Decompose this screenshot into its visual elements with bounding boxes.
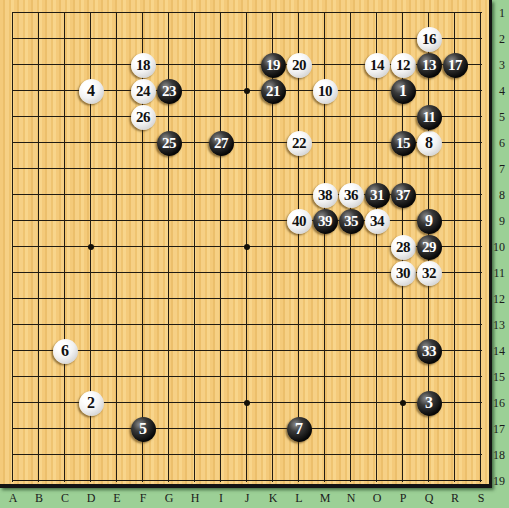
- intersection-P14[interactable]: [390, 338, 416, 364]
- intersection-N7[interactable]: [338, 156, 364, 182]
- intersection-C2[interactable]: [52, 26, 78, 52]
- intersection-P17[interactable]: [390, 416, 416, 442]
- intersection-J8[interactable]: [234, 182, 260, 208]
- intersection-F6[interactable]: [130, 130, 156, 156]
- intersection-E1[interactable]: [104, 0, 130, 26]
- intersection-N10[interactable]: [338, 234, 364, 260]
- intersection-M18[interactable]: [312, 442, 338, 468]
- intersection-K16[interactable]: [260, 390, 286, 416]
- intersection-P9[interactable]: [390, 208, 416, 234]
- intersection-D2[interactable]: [78, 26, 104, 52]
- intersection-F13[interactable]: [130, 312, 156, 338]
- black-stone-33[interactable]: 33: [417, 339, 442, 364]
- intersection-H8[interactable]: [182, 182, 208, 208]
- intersection-L11[interactable]: [286, 260, 312, 286]
- intersection-N15[interactable]: [338, 364, 364, 390]
- intersection-E15[interactable]: [104, 364, 130, 390]
- intersection-M5[interactable]: [312, 104, 338, 130]
- intersection-S18[interactable]: [468, 442, 492, 468]
- intersection-B3[interactable]: [26, 52, 52, 78]
- intersection-A12[interactable]: [0, 286, 26, 312]
- intersection-M3[interactable]: [312, 52, 338, 78]
- intersection-N19[interactable]: [338, 468, 364, 488]
- intersection-F1[interactable]: [130, 0, 156, 26]
- intersection-Q19[interactable]: [416, 468, 442, 488]
- white-stone-34[interactable]: 34: [365, 209, 390, 234]
- intersection-I14[interactable]: [208, 338, 234, 364]
- intersection-H5[interactable]: [182, 104, 208, 130]
- black-stone-27[interactable]: 27: [209, 131, 234, 156]
- intersection-C11[interactable]: [52, 260, 78, 286]
- intersection-A1[interactable]: [0, 0, 26, 26]
- intersection-Q12[interactable]: [416, 286, 442, 312]
- intersection-S11[interactable]: [468, 260, 492, 286]
- intersection-S6[interactable]: [468, 130, 492, 156]
- intersection-O1[interactable]: [364, 0, 390, 26]
- intersection-B15[interactable]: [26, 364, 52, 390]
- intersection-N16[interactable]: [338, 390, 364, 416]
- intersection-Q15[interactable]: [416, 364, 442, 390]
- intersection-M10[interactable]: [312, 234, 338, 260]
- white-stone-30[interactable]: 30: [391, 261, 416, 286]
- intersection-M11[interactable]: [312, 260, 338, 286]
- white-stone-6[interactable]: 6: [53, 339, 78, 364]
- intersection-J19[interactable]: [234, 468, 260, 488]
- intersection-M2[interactable]: [312, 26, 338, 52]
- intersection-R11[interactable]: [442, 260, 468, 286]
- intersection-D7[interactable]: [78, 156, 104, 182]
- intersection-A3[interactable]: [0, 52, 26, 78]
- intersection-M16[interactable]: [312, 390, 338, 416]
- intersection-A8[interactable]: [0, 182, 26, 208]
- intersection-B11[interactable]: [26, 260, 52, 286]
- intersection-C5[interactable]: [52, 104, 78, 130]
- intersection-C17[interactable]: [52, 416, 78, 442]
- intersection-D12[interactable]: [78, 286, 104, 312]
- intersection-S4[interactable]: [468, 78, 492, 104]
- white-stone-22[interactable]: 22: [287, 131, 312, 156]
- intersection-I11[interactable]: [208, 260, 234, 286]
- intersection-D17[interactable]: [78, 416, 104, 442]
- white-stone-28[interactable]: 28: [391, 235, 416, 260]
- intersection-D8[interactable]: [78, 182, 104, 208]
- intersection-H6[interactable]: [182, 130, 208, 156]
- intersection-L8[interactable]: [286, 182, 312, 208]
- black-stone-11[interactable]: 11: [417, 105, 442, 130]
- intersection-H15[interactable]: [182, 364, 208, 390]
- intersection-R16[interactable]: [442, 390, 468, 416]
- intersection-C9[interactable]: [52, 208, 78, 234]
- intersection-H19[interactable]: [182, 468, 208, 488]
- white-stone-24[interactable]: 24: [131, 79, 156, 104]
- intersection-K1[interactable]: [260, 0, 286, 26]
- intersection-G11[interactable]: [156, 260, 182, 286]
- intersection-B14[interactable]: [26, 338, 52, 364]
- intersection-N18[interactable]: [338, 442, 364, 468]
- intersection-A11[interactable]: [0, 260, 26, 286]
- intersection-D1[interactable]: [78, 0, 104, 26]
- intersection-E2[interactable]: [104, 26, 130, 52]
- intersection-L14[interactable]: [286, 338, 312, 364]
- intersection-B10[interactable]: [26, 234, 52, 260]
- intersection-F11[interactable]: [130, 260, 156, 286]
- intersection-D13[interactable]: [78, 312, 104, 338]
- intersection-F8[interactable]: [130, 182, 156, 208]
- intersection-K8[interactable]: [260, 182, 286, 208]
- intersection-K13[interactable]: [260, 312, 286, 338]
- black-stone-9[interactable]: 9: [417, 209, 442, 234]
- intersection-R7[interactable]: [442, 156, 468, 182]
- intersection-Q4[interactable]: [416, 78, 442, 104]
- intersection-S7[interactable]: [468, 156, 492, 182]
- white-stone-38[interactable]: 38: [313, 183, 338, 208]
- intersection-R9[interactable]: [442, 208, 468, 234]
- intersection-I18[interactable]: [208, 442, 234, 468]
- intersection-A13[interactable]: [0, 312, 26, 338]
- intersection-E12[interactable]: [104, 286, 130, 312]
- intersection-E4[interactable]: [104, 78, 130, 104]
- intersection-N13[interactable]: [338, 312, 364, 338]
- intersection-I9[interactable]: [208, 208, 234, 234]
- intersection-R14[interactable]: [442, 338, 468, 364]
- intersection-A7[interactable]: [0, 156, 26, 182]
- intersection-G5[interactable]: [156, 104, 182, 130]
- white-stone-16[interactable]: 16: [417, 27, 442, 52]
- intersection-Q8[interactable]: [416, 182, 442, 208]
- white-stone-2[interactable]: 2: [79, 391, 104, 416]
- intersection-A10[interactable]: [0, 234, 26, 260]
- intersection-K17[interactable]: [260, 416, 286, 442]
- intersection-O7[interactable]: [364, 156, 390, 182]
- intersection-B13[interactable]: [26, 312, 52, 338]
- intersection-K10[interactable]: [260, 234, 286, 260]
- intersection-I19[interactable]: [208, 468, 234, 488]
- intersection-D19[interactable]: [78, 468, 104, 488]
- black-stone-13[interactable]: 13: [417, 53, 442, 78]
- intersection-J1[interactable]: [234, 0, 260, 26]
- intersection-M15[interactable]: [312, 364, 338, 390]
- black-stone-1[interactable]: 1: [391, 79, 416, 104]
- intersection-E16[interactable]: [104, 390, 130, 416]
- intersection-L16[interactable]: [286, 390, 312, 416]
- intersection-I8[interactable]: [208, 182, 234, 208]
- intersection-S15[interactable]: [468, 364, 492, 390]
- intersection-M7[interactable]: [312, 156, 338, 182]
- intersection-E11[interactable]: [104, 260, 130, 286]
- intersection-M13[interactable]: [312, 312, 338, 338]
- intersection-O10[interactable]: [364, 234, 390, 260]
- intersection-N17[interactable]: [338, 416, 364, 442]
- intersection-L2[interactable]: [286, 26, 312, 52]
- intersection-P15[interactable]: [390, 364, 416, 390]
- intersection-G2[interactable]: [156, 26, 182, 52]
- black-stone-29[interactable]: 29: [417, 235, 442, 260]
- intersection-G19[interactable]: [156, 468, 182, 488]
- intersection-D5[interactable]: [78, 104, 104, 130]
- intersection-L10[interactable]: [286, 234, 312, 260]
- intersection-S19[interactable]: [468, 468, 492, 488]
- black-stone-35[interactable]: 35: [339, 209, 364, 234]
- intersection-P5[interactable]: [390, 104, 416, 130]
- white-stone-12[interactable]: 12: [391, 53, 416, 78]
- intersection-I13[interactable]: [208, 312, 234, 338]
- intersection-E7[interactable]: [104, 156, 130, 182]
- intersection-K11[interactable]: [260, 260, 286, 286]
- intersection-H1[interactable]: [182, 0, 208, 26]
- intersection-G9[interactable]: [156, 208, 182, 234]
- intersection-Q1[interactable]: [416, 0, 442, 26]
- intersection-J11[interactable]: [234, 260, 260, 286]
- intersection-B4[interactable]: [26, 78, 52, 104]
- intersection-J13[interactable]: [234, 312, 260, 338]
- intersection-H16[interactable]: [182, 390, 208, 416]
- intersection-E3[interactable]: [104, 52, 130, 78]
- intersection-D6[interactable]: [78, 130, 104, 156]
- intersection-J5[interactable]: [234, 104, 260, 130]
- intersection-E13[interactable]: [104, 312, 130, 338]
- intersection-C7[interactable]: [52, 156, 78, 182]
- intersection-K14[interactable]: [260, 338, 286, 364]
- black-stone-31[interactable]: 31: [365, 183, 390, 208]
- intersection-N6[interactable]: [338, 130, 364, 156]
- intersection-K18[interactable]: [260, 442, 286, 468]
- intersection-J17[interactable]: [234, 416, 260, 442]
- black-stone-15[interactable]: 15: [391, 131, 416, 156]
- intersection-L5[interactable]: [286, 104, 312, 130]
- intersection-I1[interactable]: [208, 0, 234, 26]
- intersection-G13[interactable]: [156, 312, 182, 338]
- intersection-M1[interactable]: [312, 0, 338, 26]
- black-stone-39[interactable]: 39: [313, 209, 338, 234]
- intersection-E10[interactable]: [104, 234, 130, 260]
- white-stone-10[interactable]: 10: [313, 79, 338, 104]
- intersection-S9[interactable]: [468, 208, 492, 234]
- intersection-Q13[interactable]: [416, 312, 442, 338]
- intersection-N12[interactable]: [338, 286, 364, 312]
- intersection-I4[interactable]: [208, 78, 234, 104]
- intersection-N4[interactable]: [338, 78, 364, 104]
- intersection-B9[interactable]: [26, 208, 52, 234]
- black-stone-23[interactable]: 23: [157, 79, 182, 104]
- intersection-S16[interactable]: [468, 390, 492, 416]
- intersection-H4[interactable]: [182, 78, 208, 104]
- intersection-A17[interactable]: [0, 416, 26, 442]
- intersection-P1[interactable]: [390, 0, 416, 26]
- intersection-C1[interactable]: [52, 0, 78, 26]
- intersection-H17[interactable]: [182, 416, 208, 442]
- intersection-C4[interactable]: [52, 78, 78, 104]
- intersection-A19[interactable]: [0, 468, 26, 488]
- black-stone-7[interactable]: 7: [287, 417, 312, 442]
- intersection-O4[interactable]: [364, 78, 390, 104]
- intersection-C13[interactable]: [52, 312, 78, 338]
- intersection-F18[interactable]: [130, 442, 156, 468]
- intersection-B5[interactable]: [26, 104, 52, 130]
- intersection-N11[interactable]: [338, 260, 364, 286]
- intersection-B6[interactable]: [26, 130, 52, 156]
- intersection-S1[interactable]: [468, 0, 492, 26]
- intersection-G18[interactable]: [156, 442, 182, 468]
- intersection-A14[interactable]: [0, 338, 26, 364]
- intersection-S10[interactable]: [468, 234, 492, 260]
- intersection-I7[interactable]: [208, 156, 234, 182]
- intersection-P18[interactable]: [390, 442, 416, 468]
- intersection-A6[interactable]: [0, 130, 26, 156]
- intersection-J12[interactable]: [234, 286, 260, 312]
- intersection-J2[interactable]: [234, 26, 260, 52]
- intersection-J15[interactable]: [234, 364, 260, 390]
- intersection-O15[interactable]: [364, 364, 390, 390]
- black-stone-17[interactable]: 17: [443, 53, 468, 78]
- intersection-L19[interactable]: [286, 468, 312, 488]
- intersection-O16[interactable]: [364, 390, 390, 416]
- intersection-B7[interactable]: [26, 156, 52, 182]
- intersection-M12[interactable]: [312, 286, 338, 312]
- intersection-C3[interactable]: [52, 52, 78, 78]
- intersection-L4[interactable]: [286, 78, 312, 104]
- white-stone-26[interactable]: 26: [131, 105, 156, 130]
- intersection-G17[interactable]: [156, 416, 182, 442]
- intersection-R17[interactable]: [442, 416, 468, 442]
- intersection-I5[interactable]: [208, 104, 234, 130]
- intersection-L12[interactable]: [286, 286, 312, 312]
- intersection-R18[interactable]: [442, 442, 468, 468]
- intersection-O18[interactable]: [364, 442, 390, 468]
- intersection-C12[interactable]: [52, 286, 78, 312]
- intersection-I15[interactable]: [208, 364, 234, 390]
- intersection-H14[interactable]: [182, 338, 208, 364]
- intersection-E6[interactable]: [104, 130, 130, 156]
- intersection-O6[interactable]: [364, 130, 390, 156]
- intersection-R19[interactable]: [442, 468, 468, 488]
- intersection-I2[interactable]: [208, 26, 234, 52]
- intersection-B12[interactable]: [26, 286, 52, 312]
- intersection-D3[interactable]: [78, 52, 104, 78]
- intersection-R1[interactable]: [442, 0, 468, 26]
- black-stone-5[interactable]: 5: [131, 417, 156, 442]
- intersection-I3[interactable]: [208, 52, 234, 78]
- intersection-A2[interactable]: [0, 26, 26, 52]
- intersection-C19[interactable]: [52, 468, 78, 488]
- intersection-K5[interactable]: [260, 104, 286, 130]
- intersection-S14[interactable]: [468, 338, 492, 364]
- intersection-P13[interactable]: [390, 312, 416, 338]
- intersection-L13[interactable]: [286, 312, 312, 338]
- intersection-E5[interactable]: [104, 104, 130, 130]
- intersection-P2[interactable]: [390, 26, 416, 52]
- intersection-O12[interactable]: [364, 286, 390, 312]
- intersection-S12[interactable]: [468, 286, 492, 312]
- intersection-Q18[interactable]: [416, 442, 442, 468]
- intersection-K19[interactable]: [260, 468, 286, 488]
- intersection-H11[interactable]: [182, 260, 208, 286]
- intersection-J7[interactable]: [234, 156, 260, 182]
- intersection-D15[interactable]: [78, 364, 104, 390]
- intersection-O14[interactable]: [364, 338, 390, 364]
- intersection-R5[interactable]: [442, 104, 468, 130]
- intersection-A5[interactable]: [0, 104, 26, 130]
- intersection-J3[interactable]: [234, 52, 260, 78]
- intersection-J6[interactable]: [234, 130, 260, 156]
- intersection-F16[interactable]: [130, 390, 156, 416]
- intersection-S5[interactable]: [468, 104, 492, 130]
- intersection-R10[interactable]: [442, 234, 468, 260]
- intersection-N3[interactable]: [338, 52, 364, 78]
- intersection-F7[interactable]: [130, 156, 156, 182]
- intersection-I16[interactable]: [208, 390, 234, 416]
- intersection-G12[interactable]: [156, 286, 182, 312]
- intersection-A16[interactable]: [0, 390, 26, 416]
- intersection-C8[interactable]: [52, 182, 78, 208]
- intersection-O17[interactable]: [364, 416, 390, 442]
- intersection-K6[interactable]: [260, 130, 286, 156]
- intersection-K9[interactable]: [260, 208, 286, 234]
- white-stone-40[interactable]: 40: [287, 209, 312, 234]
- intersection-O5[interactable]: [364, 104, 390, 130]
- intersection-H9[interactable]: [182, 208, 208, 234]
- white-stone-18[interactable]: 18: [131, 53, 156, 78]
- intersection-B2[interactable]: [26, 26, 52, 52]
- intersection-R13[interactable]: [442, 312, 468, 338]
- black-stone-21[interactable]: 21: [261, 79, 286, 104]
- intersection-E19[interactable]: [104, 468, 130, 488]
- intersection-L7[interactable]: [286, 156, 312, 182]
- intersection-O19[interactable]: [364, 468, 390, 488]
- white-stone-4[interactable]: 4: [79, 79, 104, 104]
- intersection-E17[interactable]: [104, 416, 130, 442]
- black-stone-37[interactable]: 37: [391, 183, 416, 208]
- intersection-G14[interactable]: [156, 338, 182, 364]
- intersection-S13[interactable]: [468, 312, 492, 338]
- intersection-I17[interactable]: [208, 416, 234, 442]
- intersection-R12[interactable]: [442, 286, 468, 312]
- intersection-G16[interactable]: [156, 390, 182, 416]
- intersection-H12[interactable]: [182, 286, 208, 312]
- intersection-M6[interactable]: [312, 130, 338, 156]
- intersection-S2[interactable]: [468, 26, 492, 52]
- intersection-P7[interactable]: [390, 156, 416, 182]
- white-stone-36[interactable]: 36: [339, 183, 364, 208]
- intersection-D14[interactable]: [78, 338, 104, 364]
- intersection-J14[interactable]: [234, 338, 260, 364]
- intersection-E9[interactable]: [104, 208, 130, 234]
- intersection-G15[interactable]: [156, 364, 182, 390]
- intersection-C15[interactable]: [52, 364, 78, 390]
- intersection-G7[interactable]: [156, 156, 182, 182]
- intersection-L15[interactable]: [286, 364, 312, 390]
- intersection-J9[interactable]: [234, 208, 260, 234]
- black-stone-19[interactable]: 19: [261, 53, 286, 78]
- intersection-F15[interactable]: [130, 364, 156, 390]
- intersection-H7[interactable]: [182, 156, 208, 182]
- intersection-N5[interactable]: [338, 104, 364, 130]
- intersection-F10[interactable]: [130, 234, 156, 260]
- intersection-B1[interactable]: [26, 0, 52, 26]
- intersection-I12[interactable]: [208, 286, 234, 312]
- intersection-M19[interactable]: [312, 468, 338, 488]
- intersection-G10[interactable]: [156, 234, 182, 260]
- intersection-S8[interactable]: [468, 182, 492, 208]
- intersection-J18[interactable]: [234, 442, 260, 468]
- intersection-R15[interactable]: [442, 364, 468, 390]
- intersection-P12[interactable]: [390, 286, 416, 312]
- white-stone-32[interactable]: 32: [417, 261, 442, 286]
- white-stone-14[interactable]: 14: [365, 53, 390, 78]
- intersection-C16[interactable]: [52, 390, 78, 416]
- intersection-K2[interactable]: [260, 26, 286, 52]
- intersection-H18[interactable]: [182, 442, 208, 468]
- intersection-H3[interactable]: [182, 52, 208, 78]
